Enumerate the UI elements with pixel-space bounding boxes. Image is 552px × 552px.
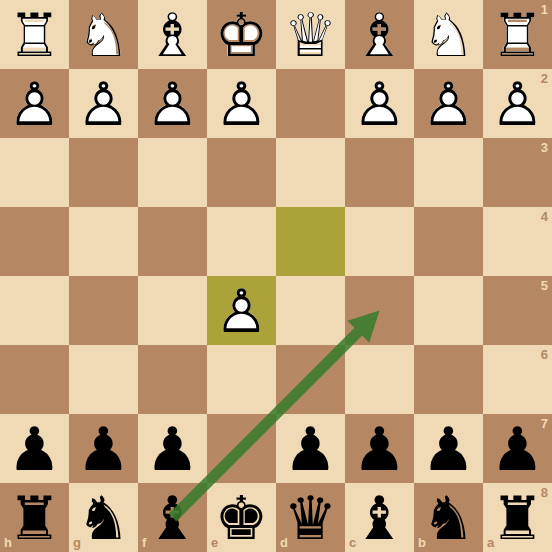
square-g2[interactable]: ♟♙ — [69, 69, 138, 138]
white-knight[interactable]: ♞♘ — [414, 0, 483, 69]
square-g5[interactable] — [69, 276, 138, 345]
black-piece-glyph: ♟ — [69, 414, 138, 483]
square-e2[interactable]: ♟♙ — [207, 69, 276, 138]
square-a8[interactable]: ♜a8 — [483, 483, 552, 552]
white-bishop[interactable]: ♝♗ — [138, 0, 207, 69]
file-label-e: e — [211, 535, 218, 550]
square-b3[interactable] — [414, 138, 483, 207]
square-c5[interactable] — [345, 276, 414, 345]
white-piece-outline: ♘ — [414, 0, 483, 69]
white-piece-outline: ♔ — [207, 0, 276, 69]
white-rook[interactable]: ♜♖ — [0, 0, 69, 69]
file-label-a: a — [487, 535, 494, 550]
square-h3[interactable] — [0, 138, 69, 207]
black-pawn[interactable]: ♟ — [276, 414, 345, 483]
square-d8[interactable]: ♛d — [276, 483, 345, 552]
square-f5[interactable] — [138, 276, 207, 345]
square-h2[interactable]: ♟♙ — [0, 69, 69, 138]
square-f3[interactable] — [138, 138, 207, 207]
white-king[interactable]: ♚♔ — [207, 0, 276, 69]
square-b8[interactable]: ♞b — [414, 483, 483, 552]
square-d7[interactable]: ♟ — [276, 414, 345, 483]
rank-label-1: 1 — [541, 2, 548, 17]
square-f1[interactable]: ♝♗ — [138, 0, 207, 69]
rank-label-7: 7 — [541, 416, 548, 431]
white-pawn[interactable]: ♟♙ — [138, 69, 207, 138]
square-d5[interactable] — [276, 276, 345, 345]
rank-label-5: 5 — [541, 278, 548, 293]
white-queen[interactable]: ♛♕ — [276, 0, 345, 69]
square-f7[interactable]: ♟ — [138, 414, 207, 483]
square-e8[interactable]: ♚e — [207, 483, 276, 552]
square-g6[interactable] — [69, 345, 138, 414]
chess-board: ♜♖♞♘♝♗♚♔♛♕♝♗♞♘♜♖1♟♙♟♙♟♙♟♙♟♙♟♙♟♙234♟♙56♟♟… — [0, 0, 552, 552]
square-h8[interactable]: ♜h — [0, 483, 69, 552]
rank-label-3: 3 — [541, 140, 548, 155]
board-squares: ♜♖♞♘♝♗♚♔♛♕♝♗♞♘♜♖1♟♙♟♙♟♙♟♙♟♙♟♙♟♙234♟♙56♟♟… — [0, 0, 552, 552]
square-b4[interactable] — [414, 207, 483, 276]
black-pawn[interactable]: ♟ — [69, 414, 138, 483]
file-label-h: h — [4, 535, 12, 550]
white-pawn[interactable]: ♟♙ — [0, 69, 69, 138]
square-c7[interactable]: ♟ — [345, 414, 414, 483]
white-pawn[interactable]: ♟♙ — [207, 69, 276, 138]
file-label-d: d — [280, 535, 288, 550]
square-f6[interactable] — [138, 345, 207, 414]
black-piece-glyph: ♟ — [414, 414, 483, 483]
file-label-b: b — [418, 535, 426, 550]
square-e7[interactable] — [207, 414, 276, 483]
square-a1[interactable]: ♜♖1 — [483, 0, 552, 69]
square-c3[interactable] — [345, 138, 414, 207]
square-h5[interactable] — [0, 276, 69, 345]
square-b1[interactable]: ♞♘ — [414, 0, 483, 69]
square-g1[interactable]: ♞♘ — [69, 0, 138, 69]
square-e3[interactable] — [207, 138, 276, 207]
square-g3[interactable] — [69, 138, 138, 207]
square-f4[interactable] — [138, 207, 207, 276]
black-pawn[interactable]: ♟ — [414, 414, 483, 483]
white-piece-outline: ♘ — [69, 0, 138, 69]
square-h4[interactable] — [0, 207, 69, 276]
square-c6[interactable] — [345, 345, 414, 414]
square-c1[interactable]: ♝♗ — [345, 0, 414, 69]
white-piece-outline: ♙ — [207, 69, 276, 138]
black-pawn[interactable]: ♟ — [0, 414, 69, 483]
white-piece-outline: ♖ — [0, 0, 69, 69]
square-d2[interactable] — [276, 69, 345, 138]
square-g7[interactable]: ♟ — [69, 414, 138, 483]
square-g4[interactable] — [69, 207, 138, 276]
square-b6[interactable] — [414, 345, 483, 414]
white-piece-outline: ♙ — [0, 69, 69, 138]
file-label-c: c — [349, 535, 356, 550]
square-a6[interactable]: 6 — [483, 345, 552, 414]
square-h7[interactable]: ♟ — [0, 414, 69, 483]
rank-label-2: 2 — [541, 71, 548, 86]
square-h1[interactable]: ♜♖ — [0, 0, 69, 69]
white-piece-outline: ♙ — [207, 276, 276, 345]
square-e5[interactable]: ♟♙ — [207, 276, 276, 345]
white-pawn[interactable]: ♟♙ — [345, 69, 414, 138]
white-piece-outline: ♕ — [276, 0, 345, 69]
file-label-g: g — [73, 535, 81, 550]
square-c8[interactable]: ♝c — [345, 483, 414, 552]
white-pawn[interactable]: ♟♙ — [207, 276, 276, 345]
white-piece-outline: ♙ — [69, 69, 138, 138]
black-bishop[interactable]: ♝ — [138, 483, 207, 552]
square-a3[interactable]: 3 — [483, 138, 552, 207]
square-h6[interactable] — [0, 345, 69, 414]
square-d6[interactable] — [276, 345, 345, 414]
rank-label-6: 6 — [541, 347, 548, 362]
white-piece-outline: ♗ — [345, 0, 414, 69]
square-a7[interactable]: ♟7 — [483, 414, 552, 483]
square-f2[interactable]: ♟♙ — [138, 69, 207, 138]
black-piece-glyph: ♟ — [276, 414, 345, 483]
white-pawn[interactable]: ♟♙ — [414, 69, 483, 138]
white-piece-outline: ♗ — [138, 0, 207, 69]
square-e4[interactable] — [207, 207, 276, 276]
square-a5[interactable]: 5 — [483, 276, 552, 345]
white-knight[interactable]: ♞♘ — [69, 0, 138, 69]
black-pawn[interactable]: ♟ — [138, 414, 207, 483]
black-piece-glyph: ♝ — [138, 483, 207, 552]
square-f8[interactable]: ♝f — [138, 483, 207, 552]
square-a2[interactable]: ♟♙2 — [483, 69, 552, 138]
square-c2[interactable]: ♟♙ — [345, 69, 414, 138]
square-b7[interactable]: ♟ — [414, 414, 483, 483]
white-pawn[interactable]: ♟♙ — [69, 69, 138, 138]
file-label-f: f — [142, 535, 146, 550]
black-piece-glyph: ♟ — [138, 414, 207, 483]
black-pawn[interactable]: ♟ — [345, 414, 414, 483]
square-a4[interactable]: 4 — [483, 207, 552, 276]
square-d4[interactable] — [276, 207, 345, 276]
square-e1[interactable]: ♚♔ — [207, 0, 276, 69]
square-e6[interactable] — [207, 345, 276, 414]
square-d3[interactable] — [276, 138, 345, 207]
black-piece-glyph: ♟ — [0, 414, 69, 483]
white-piece-outline: ♙ — [414, 69, 483, 138]
square-g8[interactable]: ♞g — [69, 483, 138, 552]
white-piece-outline: ♙ — [138, 69, 207, 138]
square-b2[interactable]: ♟♙ — [414, 69, 483, 138]
square-d1[interactable]: ♛♕ — [276, 0, 345, 69]
square-c4[interactable] — [345, 207, 414, 276]
rank-label-4: 4 — [541, 209, 548, 224]
white-piece-outline: ♙ — [345, 69, 414, 138]
white-bishop[interactable]: ♝♗ — [345, 0, 414, 69]
square-b5[interactable] — [414, 276, 483, 345]
rank-label-8: 8 — [541, 485, 548, 500]
black-piece-glyph: ♟ — [345, 414, 414, 483]
